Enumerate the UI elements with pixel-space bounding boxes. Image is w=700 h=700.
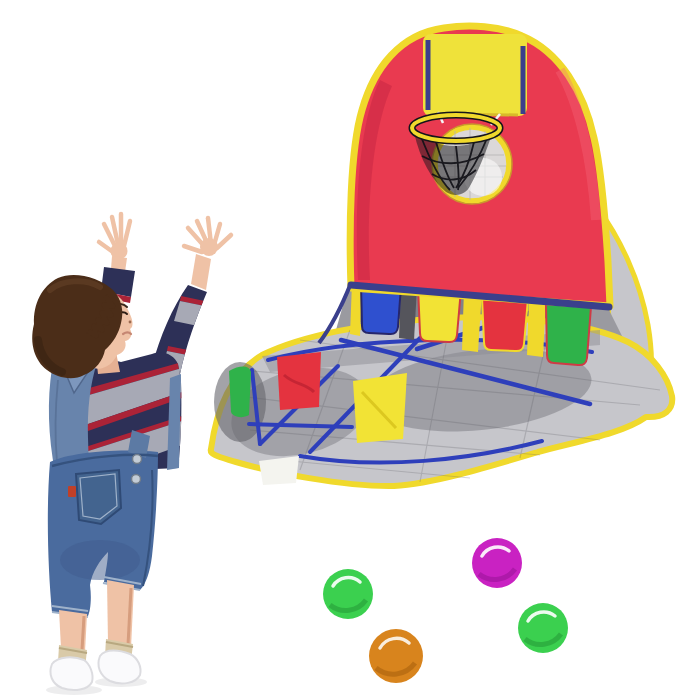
play-tent	[211, 26, 672, 486]
pit-balls	[323, 538, 568, 683]
ball-green-right	[518, 603, 568, 653]
product-photo-scene	[0, 0, 700, 700]
right-forearm	[191, 254, 211, 290]
backboard	[423, 34, 527, 116]
frame-strip-right	[527, 296, 546, 357]
red-pocket-tab	[68, 486, 76, 497]
scene-svg	[0, 0, 700, 700]
hanging-panel-green	[546, 304, 591, 365]
ball-magenta	[472, 538, 522, 588]
hanging-panel-red	[482, 297, 528, 351]
overalls-button-bottom	[132, 475, 141, 484]
left-leg-shadow	[82, 616, 84, 650]
base-open-gap	[259, 456, 299, 485]
boy-overalls	[48, 430, 158, 617]
base-yellow-patch	[353, 373, 407, 443]
boy-right-arm	[152, 218, 231, 376]
boy-nostril	[129, 321, 132, 324]
base-green-patch	[229, 367, 251, 418]
overalls-button-top	[133, 455, 142, 464]
ball-orange	[369, 629, 423, 683]
right-shoe	[98, 651, 140, 684]
left-shoe	[50, 657, 92, 690]
seat-shading	[60, 540, 140, 580]
base-red-patch	[277, 352, 321, 410]
right-hand-palm	[200, 238, 218, 256]
ball-green-left	[323, 569, 373, 619]
toddler-boy	[32, 214, 231, 695]
